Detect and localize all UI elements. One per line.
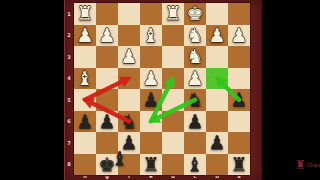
black-pawn-a5[interactable]: ♟ xyxy=(230,90,247,109)
square-c5[interactable]: ♞ xyxy=(184,89,206,111)
white-pawn-f3[interactable]: ♟ xyxy=(120,47,137,66)
rank-label-5: 5 xyxy=(64,89,74,111)
square-c2[interactable]: ♞ xyxy=(184,25,206,47)
square-c8[interactable]: ♝ xyxy=(184,154,206,176)
square-f4[interactable] xyxy=(118,68,140,90)
square-h3[interactable] xyxy=(74,46,96,68)
square-c4[interactable]: ♟ xyxy=(184,68,206,90)
square-b8[interactable] xyxy=(206,154,228,176)
square-a4[interactable] xyxy=(228,68,250,90)
square-a5[interactable]: ♟ xyxy=(228,89,250,111)
square-h1[interactable]: ♜ xyxy=(74,3,96,25)
rank-label-7: 7 xyxy=(64,132,74,154)
square-b1[interactable] xyxy=(206,3,228,25)
rank-label-4: 4 xyxy=(64,68,74,90)
square-a8[interactable]: ♜ xyxy=(228,154,250,176)
white-pawn-h2[interactable]: ♟ xyxy=(76,26,93,45)
black-bishop-f8[interactable]: ♝ xyxy=(111,149,128,168)
square-h5[interactable] xyxy=(74,89,96,111)
square-d6[interactable] xyxy=(162,111,184,133)
chess-board[interactable]: ♜♜♚♟♟♝♞♟♟♟♞♝♟♟♟♞♟♟♟♞♟♟♟♚♝♜♝♜ xyxy=(74,3,250,175)
square-d2[interactable] xyxy=(162,25,184,47)
square-a3[interactable] xyxy=(228,46,250,68)
white-pawn-a2[interactable]: ♟ xyxy=(230,26,247,45)
square-b7[interactable]: ♟ xyxy=(206,132,228,154)
square-d8[interactable] xyxy=(162,154,184,176)
square-a2[interactable]: ♟ xyxy=(228,25,250,47)
square-c6[interactable]: ♟ xyxy=(184,111,206,133)
square-g1[interactable] xyxy=(96,3,118,25)
black-pawn-g6[interactable]: ♟ xyxy=(98,112,115,131)
black-rook-e8[interactable]: ♜ xyxy=(142,155,159,174)
white-pawn-c4[interactable]: ♟ xyxy=(186,69,203,88)
white-rook-d1[interactable]: ♜ xyxy=(164,4,181,23)
black-knight-c5[interactable]: ♞ xyxy=(186,90,203,109)
square-c3[interactable]: ♞ xyxy=(184,46,206,68)
white-king-c1[interactable]: ♚ xyxy=(186,4,203,23)
square-e6[interactable] xyxy=(140,111,162,133)
square-g5[interactable] xyxy=(96,89,118,111)
square-a1[interactable] xyxy=(228,3,250,25)
white-bishop-e2[interactable]: ♝ xyxy=(142,26,159,45)
rook-icon: ♜ xyxy=(295,159,306,171)
white-pawn-g2[interactable]: ♟ xyxy=(98,26,115,45)
square-e7[interactable] xyxy=(140,132,162,154)
square-d7[interactable] xyxy=(162,132,184,154)
square-a7[interactable] xyxy=(228,132,250,154)
square-e4[interactable]: ♟ xyxy=(140,68,162,90)
square-d5[interactable] xyxy=(162,89,184,111)
square-h2[interactable]: ♟ xyxy=(74,25,96,47)
square-d3[interactable] xyxy=(162,46,184,68)
black-bishop-c8[interactable]: ♝ xyxy=(186,155,203,174)
rank-label-1: 1 xyxy=(64,3,74,25)
square-e8[interactable]: ♜ xyxy=(140,154,162,176)
white-knight-c2[interactable]: ♞ xyxy=(186,26,203,45)
square-h7[interactable] xyxy=(74,132,96,154)
black-pawn-e5[interactable]: ♟ xyxy=(142,90,159,109)
square-f1[interactable] xyxy=(118,3,140,25)
white-bishop-h4[interactable]: ♝ xyxy=(76,69,93,88)
rank-labels: 12345678 xyxy=(64,3,74,175)
square-b2[interactable]: ♟ xyxy=(206,25,228,47)
square-c7[interactable] xyxy=(184,132,206,154)
black-rook-a8[interactable]: ♜ xyxy=(230,155,247,174)
square-b3[interactable] xyxy=(206,46,228,68)
white-knight-c3[interactable]: ♞ xyxy=(186,47,203,66)
square-e3[interactable] xyxy=(140,46,162,68)
square-g6[interactable]: ♟ xyxy=(96,111,118,133)
square-f8[interactable]: ♝ xyxy=(118,154,140,176)
black-knight-f6[interactable]: ♞ xyxy=(120,112,137,131)
square-f6[interactable]: ♞ xyxy=(118,111,140,133)
square-g4[interactable] xyxy=(96,68,118,90)
square-e5[interactable]: ♟ xyxy=(140,89,162,111)
rank-label-2: 2 xyxy=(64,25,74,47)
square-e1[interactable] xyxy=(140,3,162,25)
square-f2[interactable] xyxy=(118,25,140,47)
watermark-logo: ♜ Chess xyxy=(295,159,320,171)
square-e2[interactable]: ♝ xyxy=(140,25,162,47)
square-g2[interactable]: ♟ xyxy=(96,25,118,47)
rank-label-6: 6 xyxy=(64,111,74,133)
black-pawn-b7[interactable]: ♟ xyxy=(208,133,225,152)
square-d1[interactable]: ♜ xyxy=(162,3,184,25)
rank-label-8: 8 xyxy=(64,154,74,176)
square-h6[interactable]: ♟ xyxy=(74,111,96,133)
white-pawn-b2[interactable]: ♟ xyxy=(208,26,225,45)
square-b4[interactable] xyxy=(206,68,228,90)
square-f5[interactable] xyxy=(118,89,140,111)
white-pawn-e4[interactable]: ♟ xyxy=(142,69,159,88)
square-a6[interactable] xyxy=(228,111,250,133)
square-b6[interactable] xyxy=(206,111,228,133)
watermark-text: Chess xyxy=(307,163,320,168)
square-h8[interactable] xyxy=(74,154,96,176)
square-f3[interactable]: ♟ xyxy=(118,46,140,68)
square-d4[interactable] xyxy=(162,68,184,90)
black-pawn-c6[interactable]: ♟ xyxy=(186,112,203,131)
rank-label-3: 3 xyxy=(64,46,74,68)
square-b5[interactable] xyxy=(206,89,228,111)
white-rook-h1[interactable]: ♜ xyxy=(76,4,93,23)
black-pawn-h6[interactable]: ♟ xyxy=(76,112,93,131)
square-g3[interactable] xyxy=(96,46,118,68)
square-h4[interactable]: ♝ xyxy=(74,68,96,90)
square-c1[interactable]: ♚ xyxy=(184,3,206,25)
